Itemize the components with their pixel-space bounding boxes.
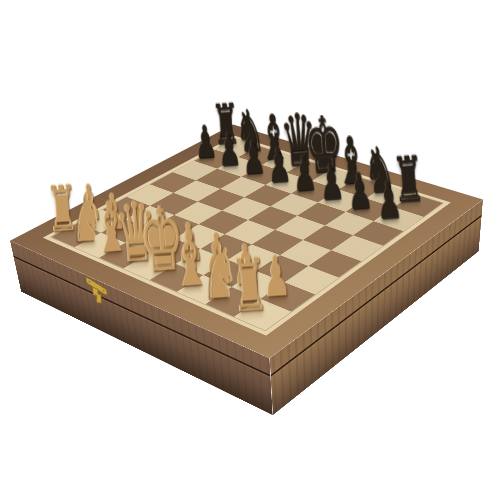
piece-black-pawn[interactable]: ♟ — [193, 118, 218, 164]
box-lid-top: ♜♞♝♛♚♝♞♜♟♟♟♟♟♟♟♟♟♟♟♟♟♟♟♟♜♞♝♛♚♝♞♜ — [10, 124, 483, 358]
piece-black-pawn[interactable]: ♟ — [346, 165, 374, 216]
piece-black-pawn[interactable]: ♟ — [241, 133, 267, 181]
piece-black-pawn[interactable]: ♟ — [318, 156, 345, 206]
piece-black-pawn[interactable]: ♟ — [375, 174, 403, 226]
piece-black-pawn[interactable]: ♟ — [217, 125, 243, 172]
piece-black-pawn[interactable]: ♟ — [266, 140, 292, 188]
chess-box: ♜♞♝♛♚♝♞♜♟♟♟♟♟♟♟♟♟♟♟♟♟♟♟♟♜♞♝♛♚♝♞♜ — [10, 124, 483, 358]
piece-white-rook[interactable]: ♜ — [229, 248, 270, 323]
scene: ♜♞♝♛♚♝♞♜♟♟♟♟♟♟♟♟♟♟♟♟♟♟♟♟♜♞♝♛♚♝♞♜ — [0, 0, 500, 500]
piece-black-pawn[interactable]: ♟ — [291, 148, 318, 197]
